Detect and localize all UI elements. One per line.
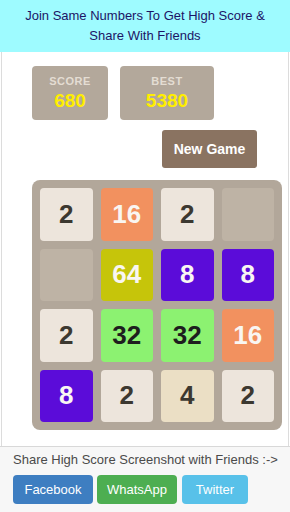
tile-32: 32	[101, 309, 154, 362]
tile-64: 64	[101, 249, 154, 302]
twitter-share-button[interactable]: Twitter	[182, 475, 248, 504]
whatsapp-share-button[interactable]: WhatsApp	[97, 475, 177, 504]
banner-line2: Share With Friends	[0, 27, 290, 45]
best-value: 5380	[146, 90, 188, 112]
best-box: BEST 5380	[120, 66, 214, 120]
facebook-share-button[interactable]: Facebook	[13, 475, 93, 504]
tile-32: 32	[161, 309, 214, 362]
game-app: Join Same Numbers To Get High Score & Sh…	[0, 0, 290, 512]
score-label: SCORE	[49, 75, 91, 87]
tile-8: 8	[40, 370, 93, 423]
board-grid[interactable]: 2162648823232168242	[32, 180, 282, 430]
tile-2: 2	[40, 188, 93, 241]
tile-2: 2	[101, 370, 154, 423]
best-label: BEST	[151, 75, 182, 87]
empty-cell	[222, 188, 275, 241]
empty-cell	[40, 249, 93, 302]
banner: Join Same Numbers To Get High Score & Sh…	[0, 0, 290, 52]
score-value: 680	[54, 90, 86, 112]
score-box: SCORE 680	[32, 66, 108, 120]
tile-8: 8	[222, 249, 275, 302]
share-caption: Share High Score Screenshot with Friends…	[13, 452, 278, 467]
tile-4: 4	[161, 370, 214, 423]
new-game-button[interactable]: New Game	[162, 130, 257, 168]
tile-16: 16	[222, 309, 275, 362]
share-bar: Share High Score Screenshot with Friends…	[0, 446, 290, 512]
tile-16: 16	[101, 188, 154, 241]
tile-2: 2	[161, 188, 214, 241]
tile-2: 2	[40, 309, 93, 362]
banner-line1: Join Same Numbers To Get High Score &	[0, 7, 290, 25]
tile-2: 2	[222, 370, 275, 423]
tile-8: 8	[161, 249, 214, 302]
